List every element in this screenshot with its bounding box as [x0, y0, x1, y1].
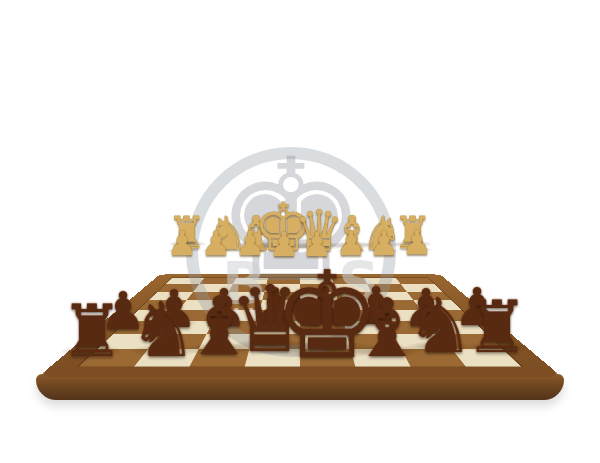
piece-black-rook-h8[interactable]: ♜: [60, 295, 125, 367]
piece-white-pawn-h2[interactable]: ♟: [167, 226, 197, 260]
piece-white-pawn-a2[interactable]: ♟: [402, 225, 432, 259]
chess-set-product-photo: ♚ B S HANDICRAFTS ♜♞♝♚♛♝♞♜♟♟♟♟♟♟♟♟♟♟♟♟♟♟…: [0, 0, 600, 463]
piece-white-pawn-g2[interactable]: ♟: [201, 226, 231, 260]
piece-black-knight-g8[interactable]: ♞: [129, 292, 197, 368]
pieces-layer: ♜♞♝♚♛♝♞♜♟♟♟♟♟♟♟♟♟♟♟♟♟♟♟♟♜♞♝♛♚♝♞♜: [0, 0, 600, 463]
piece-black-bishop-c8[interactable]: ♝: [351, 289, 423, 369]
piece-white-pawn-f2[interactable]: ♟: [235, 226, 265, 260]
piece-black-rook-a8[interactable]: ♜: [465, 291, 530, 363]
